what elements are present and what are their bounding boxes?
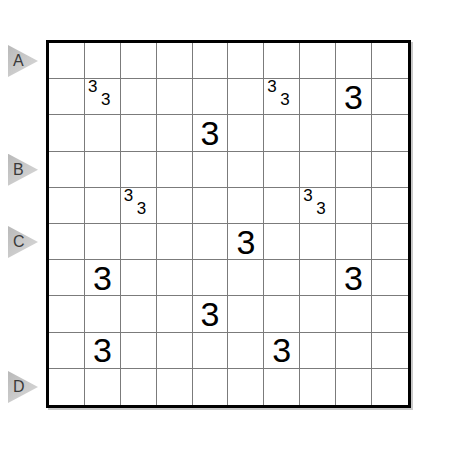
cell-r7c1[interactable] [49, 260, 85, 296]
cell-r1c2[interactable] [85, 43, 121, 79]
cell-r5c3[interactable]: 33 [121, 188, 157, 224]
cell-r1c5[interactable] [193, 43, 229, 79]
cell-r10c5[interactable] [193, 369, 229, 405]
cell-r6c10[interactable] [372, 224, 408, 260]
cell-r3c7[interactable] [264, 115, 300, 151]
cell-r1c9[interactable] [336, 43, 372, 79]
cell-r1c10[interactable] [372, 43, 408, 79]
clue-value: 3 [93, 261, 112, 295]
clue-value: 3 [344, 261, 363, 295]
row-marker-label: A [13, 53, 24, 69]
cell-r9c2[interactable]: 3 [85, 333, 121, 369]
cell-r8c8[interactable] [300, 296, 336, 332]
cell-r5c8[interactable]: 33 [300, 188, 336, 224]
cell-r10c8[interactable] [300, 369, 336, 405]
cell-r6c1[interactable] [49, 224, 85, 260]
cell-r3c10[interactable] [372, 115, 408, 151]
cell-r9c4[interactable] [157, 333, 193, 369]
cell-r7c9[interactable]: 3 [336, 260, 372, 296]
cell-r3c2[interactable] [85, 115, 121, 151]
cell-r4c3[interactable] [121, 152, 157, 188]
cell-r3c5[interactable]: 3 [193, 115, 229, 151]
cell-r5c7[interactable] [264, 188, 300, 224]
cell-r2c2[interactable]: 33 [85, 79, 121, 115]
row-marker-B: B [8, 154, 38, 186]
cell-r4c10[interactable] [372, 152, 408, 188]
cell-r6c3[interactable] [121, 224, 157, 260]
cell-r2c7[interactable]: 33 [264, 79, 300, 115]
clue-value: 3 [88, 78, 97, 95]
cell-r7c2[interactable]: 3 [85, 260, 121, 296]
cell-r1c4[interactable] [157, 43, 193, 79]
cell-r4c4[interactable] [157, 152, 193, 188]
cell-r9c1[interactable] [49, 333, 85, 369]
cell-r6c7[interactable] [264, 224, 300, 260]
cell-r8c6[interactable] [228, 296, 264, 332]
cell-r10c2[interactable] [85, 369, 121, 405]
cell-r8c9[interactable] [336, 296, 372, 332]
row-marker-A: A [8, 45, 38, 77]
cell-r9c10[interactable] [372, 333, 408, 369]
cell-r8c7[interactable] [264, 296, 300, 332]
cell-r6c2[interactable] [85, 224, 121, 260]
cell-r1c3[interactable] [121, 43, 157, 79]
clue-value: 3 [280, 91, 289, 108]
cell-r2c3[interactable] [121, 79, 157, 115]
cell-r1c7[interactable] [264, 43, 300, 79]
cell-r2c9[interactable]: 3 [336, 79, 372, 115]
cell-r7c8[interactable] [300, 260, 336, 296]
cell-r7c4[interactable] [157, 260, 193, 296]
cell-r6c5[interactable] [193, 224, 229, 260]
cell-r7c10[interactable] [372, 260, 408, 296]
cell-r7c5[interactable] [193, 260, 229, 296]
cell-r3c9[interactable] [336, 115, 372, 151]
row-marker-label: D [13, 379, 25, 395]
cell-r8c1[interactable] [49, 296, 85, 332]
cell-r8c5[interactable]: 3 [193, 296, 229, 332]
cell-r4c8[interactable] [300, 152, 336, 188]
cell-r6c9[interactable] [336, 224, 372, 260]
cell-r3c4[interactable] [157, 115, 193, 151]
cell-r10c3[interactable] [121, 369, 157, 405]
clue-value: 3 [124, 187, 133, 204]
cell-r6c4[interactable] [157, 224, 193, 260]
cell-r1c6[interactable] [228, 43, 264, 79]
cell-r2c8[interactable] [300, 79, 336, 115]
row-marker-label: C [13, 234, 25, 250]
cell-r5c9[interactable] [336, 188, 372, 224]
cell-r10c4[interactable] [157, 369, 193, 405]
cell-r4c1[interactable] [49, 152, 85, 188]
clue-value: 3 [344, 80, 363, 114]
cell-r3c3[interactable] [121, 115, 157, 151]
cell-r1c8[interactable] [300, 43, 336, 79]
cell-r2c10[interactable] [372, 79, 408, 115]
cell-r4c9[interactable] [336, 152, 372, 188]
puzzle-board: 3333333333333333 [46, 40, 411, 408]
clue-value: 3 [236, 225, 255, 259]
clue-value: 3 [316, 200, 325, 217]
cell-r5c10[interactable] [372, 188, 408, 224]
cell-r9c7[interactable]: 3 [264, 333, 300, 369]
cell-r9c5[interactable] [193, 333, 229, 369]
clue-value: 3 [137, 200, 146, 217]
cell-r7c7[interactable] [264, 260, 300, 296]
row-marker-label: B [13, 162, 24, 178]
cell-r4c5[interactable] [193, 152, 229, 188]
cell-r8c10[interactable] [372, 296, 408, 332]
cell-r4c7[interactable] [264, 152, 300, 188]
cell-r10c7[interactable] [264, 369, 300, 405]
clue-value: 3 [303, 187, 312, 204]
cell-r3c6[interactable] [228, 115, 264, 151]
clue-value: 3 [272, 333, 291, 367]
clue-value: 3 [93, 333, 112, 367]
cell-r3c1[interactable] [49, 115, 85, 151]
cell-r2c1[interactable] [49, 79, 85, 115]
cell-r10c10[interactable] [372, 369, 408, 405]
cell-r7c3[interactable] [121, 260, 157, 296]
clue-value: 3 [101, 91, 110, 108]
cell-r7c6[interactable] [228, 260, 264, 296]
row-marker-D: D [8, 371, 38, 403]
cell-r9c8[interactable] [300, 333, 336, 369]
cell-r4c6[interactable] [228, 152, 264, 188]
cell-r2c6[interactable] [228, 79, 264, 115]
cell-r9c6[interactable] [228, 333, 264, 369]
cell-r8c4[interactable] [157, 296, 193, 332]
cell-r10c9[interactable] [336, 369, 372, 405]
cell-r10c1[interactable] [49, 369, 85, 405]
cell-r4c2[interactable] [85, 152, 121, 188]
clue-value: 3 [201, 297, 220, 331]
clue-value: 3 [267, 78, 276, 95]
cell-r5c4[interactable] [157, 188, 193, 224]
cell-r5c2[interactable] [85, 188, 121, 224]
cell-r5c1[interactable] [49, 188, 85, 224]
cell-r6c8[interactable] [300, 224, 336, 260]
cell-r2c4[interactable] [157, 79, 193, 115]
cell-r9c9[interactable] [336, 333, 372, 369]
row-marker-C: C [8, 226, 38, 258]
cell-r5c5[interactable] [193, 188, 229, 224]
cell-r10c6[interactable] [228, 369, 264, 405]
cell-r8c2[interactable] [85, 296, 121, 332]
cell-r6c6[interactable]: 3 [228, 224, 264, 260]
cell-r2c5[interactable] [193, 79, 229, 115]
cell-r1c1[interactable] [49, 43, 85, 79]
cell-r5c6[interactable] [228, 188, 264, 224]
cell-r9c3[interactable] [121, 333, 157, 369]
clue-value: 3 [201, 116, 220, 150]
cell-r8c3[interactable] [121, 296, 157, 332]
cell-r3c8[interactable] [300, 115, 336, 151]
